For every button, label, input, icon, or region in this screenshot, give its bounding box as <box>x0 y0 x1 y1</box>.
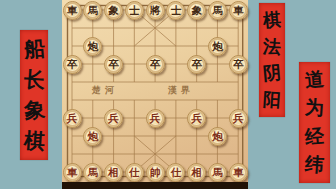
banner-char: 阴 <box>262 61 282 86</box>
piece-character: 車 <box>233 167 244 178</box>
banner-right-bottom-title: 道为经纬 <box>299 62 330 183</box>
banner-char: 经 <box>304 123 325 151</box>
piece-red-soldier-1[interactable]: 兵 <box>63 109 82 128</box>
piece-character: 馬 <box>212 5 223 16</box>
xiangqi-board[interactable]: 楚河 漢界 車馬象士將士象馬車炮炮卒卒卒卒卒兵兵兵兵兵炮炮車馬相仕帥仕相馬車 <box>62 0 248 182</box>
river-label-chu: 楚河 <box>92 84 118 97</box>
piece-black-soldier-1[interactable]: 卒 <box>63 55 82 74</box>
banner-char: 道 <box>304 66 325 94</box>
piece-red-soldier-4[interactable]: 兵 <box>187 109 206 128</box>
piece-character: 象 <box>191 5 202 16</box>
piece-red-advisor-left[interactable]: 仕 <box>125 163 144 182</box>
banner-right-top-title: 棋法阴阳 <box>259 3 285 117</box>
piece-red-horse-left[interactable]: 馬 <box>83 163 102 182</box>
piece-red-elephant-left[interactable]: 相 <box>104 163 123 182</box>
piece-red-cannon-left[interactable]: 炮 <box>83 127 102 146</box>
banner-char: 棋 <box>23 126 46 155</box>
piece-red-chariot-right[interactable]: 車 <box>229 163 248 182</box>
piece-red-chariot-left[interactable]: 車 <box>63 163 82 182</box>
piece-character: 車 <box>67 167 78 178</box>
piece-black-chariot-right[interactable]: 車 <box>229 1 248 20</box>
piece-character: 卒 <box>108 59 119 70</box>
piece-character: 馬 <box>88 5 99 16</box>
piece-red-soldier-2[interactable]: 兵 <box>104 109 123 128</box>
piece-black-horse-right[interactable]: 馬 <box>208 1 227 20</box>
piece-character: 卒 <box>67 59 78 70</box>
piece-character: 卒 <box>150 59 161 70</box>
piece-character: 士 <box>171 5 182 16</box>
board-bottom-edge <box>62 182 248 189</box>
piece-character: 炮 <box>88 41 99 52</box>
river-label-han: 漢界 <box>168 84 194 97</box>
piece-character: 兵 <box>108 113 119 124</box>
banner-char: 阳 <box>262 87 282 112</box>
piece-black-elephant-right[interactable]: 象 <box>187 1 206 20</box>
piece-black-soldier-5[interactable]: 卒 <box>229 55 248 74</box>
piece-character: 車 <box>67 5 78 16</box>
banner-char: 法 <box>262 34 282 59</box>
banner-char: 纬 <box>304 151 325 178</box>
banner-char: 船 <box>22 34 45 64</box>
piece-character: 相 <box>191 167 202 178</box>
board-grid <box>62 0 248 182</box>
piece-character: 士 <box>129 5 140 16</box>
piece-black-soldier-3[interactable]: 卒 <box>146 55 165 74</box>
banner-char: 为 <box>304 95 325 122</box>
piece-character: 兵 <box>150 113 161 124</box>
piece-red-horse-right[interactable]: 馬 <box>208 163 227 182</box>
piece-character: 炮 <box>212 131 223 142</box>
piece-black-general[interactable]: 將 <box>146 1 165 20</box>
piece-character: 卒 <box>233 59 244 70</box>
banner-left-title: 船长象棋 <box>20 30 48 160</box>
piece-character: 馬 <box>88 167 99 178</box>
piece-red-general[interactable]: 帥 <box>146 163 165 182</box>
piece-red-cannon-right[interactable]: 炮 <box>208 127 227 146</box>
piece-character: 仕 <box>171 167 182 178</box>
piece-character: 炮 <box>212 41 223 52</box>
piece-black-chariot-left[interactable]: 車 <box>63 1 82 20</box>
banner-char: 棋 <box>262 8 282 33</box>
piece-character: 象 <box>108 5 119 16</box>
piece-black-cannon-left[interactable]: 炮 <box>83 37 102 56</box>
piece-red-soldier-3[interactable]: 兵 <box>146 109 165 128</box>
piece-red-advisor-right[interactable]: 仕 <box>166 163 185 182</box>
piece-red-soldier-5[interactable]: 兵 <box>229 109 248 128</box>
piece-character: 相 <box>108 167 119 178</box>
piece-character: 炮 <box>88 131 99 142</box>
piece-black-soldier-4[interactable]: 卒 <box>187 55 206 74</box>
piece-character: 兵 <box>233 113 244 124</box>
banner-char: 长 <box>23 65 46 94</box>
piece-character: 卒 <box>191 59 202 70</box>
piece-black-advisor-right[interactable]: 士 <box>166 1 185 20</box>
piece-black-soldier-2[interactable]: 卒 <box>104 55 123 74</box>
piece-character: 兵 <box>191 113 202 124</box>
piece-character: 兵 <box>67 113 78 124</box>
piece-black-cannon-right[interactable]: 炮 <box>208 37 227 56</box>
piece-black-elephant-left[interactable]: 象 <box>104 1 123 20</box>
piece-character: 車 <box>233 5 244 16</box>
piece-character: 仕 <box>129 167 140 178</box>
piece-character: 馬 <box>212 167 223 178</box>
banner-char: 象 <box>22 95 45 125</box>
piece-black-advisor-left[interactable]: 士 <box>125 1 144 20</box>
piece-character: 帥 <box>150 167 161 178</box>
piece-red-elephant-right[interactable]: 相 <box>187 163 206 182</box>
piece-character: 將 <box>150 5 161 16</box>
video-thumbnail: 楚河 漢界 車馬象士將士象馬車炮炮卒卒卒卒卒兵兵兵兵兵炮炮車馬相仕帥仕相馬車 船… <box>0 0 336 189</box>
piece-black-horse-left[interactable]: 馬 <box>83 1 102 20</box>
